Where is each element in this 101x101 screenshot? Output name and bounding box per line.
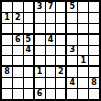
cell-r2c6[interactable]	[56, 13, 66, 23]
cell-r8c6[interactable]	[56, 78, 66, 88]
cell-r3c7[interactable]	[67, 24, 77, 34]
cell-r6c4[interactable]	[35, 56, 45, 66]
cell-r1c9[interactable]	[89, 2, 99, 12]
cell-r3c9[interactable]	[89, 24, 99, 34]
cell-r7c8[interactable]	[78, 67, 88, 77]
cell-r8c5[interactable]	[46, 78, 56, 88]
cell-r4c6[interactable]	[56, 35, 66, 45]
cell-r1c3[interactable]	[24, 2, 34, 12]
sudoku-board: 37512654431812486	[0, 0, 101, 101]
cell-r8c1[interactable]	[2, 78, 12, 88]
cell-r6c5[interactable]	[46, 56, 56, 66]
cell-r4c1[interactable]	[2, 35, 12, 45]
cell-r7c5[interactable]	[46, 67, 56, 77]
cell-r7c7[interactable]	[67, 67, 77, 77]
cell-r7c3[interactable]	[24, 67, 34, 77]
cell-r5c4[interactable]	[35, 46, 45, 56]
cell-r9c7[interactable]	[67, 89, 77, 99]
cell-r4c2-given-6[interactable]: 6	[13, 35, 23, 45]
cell-r5c5[interactable]	[46, 46, 56, 56]
cell-r9c8[interactable]	[78, 89, 88, 99]
cell-r9c1[interactable]	[2, 89, 12, 99]
cell-r9c2[interactable]	[13, 89, 23, 99]
cell-r4c9[interactable]	[89, 35, 99, 45]
cell-r8c3[interactable]	[24, 78, 34, 88]
cell-r5c2[interactable]	[13, 46, 23, 56]
cell-r2c8[interactable]	[78, 13, 88, 23]
cell-r7c9[interactable]	[89, 67, 99, 77]
cell-r3c5[interactable]	[46, 24, 56, 34]
cell-r3c2[interactable]	[13, 24, 23, 34]
cell-r1c5-given-7[interactable]: 7	[46, 2, 56, 12]
cell-r6c6[interactable]	[56, 56, 66, 66]
cell-r7c6-given-2[interactable]: 2	[56, 67, 66, 77]
cell-r9c3[interactable]	[24, 89, 34, 99]
cell-r2c3[interactable]	[24, 13, 34, 23]
cell-r3c6[interactable]	[56, 24, 66, 34]
cell-r6c7[interactable]	[67, 56, 77, 66]
cell-r8c8[interactable]	[78, 78, 88, 88]
cell-r9c5[interactable]	[46, 89, 56, 99]
cell-r1c2[interactable]	[13, 2, 23, 12]
cell-r7c4-given-1[interactable]: 1	[35, 67, 45, 77]
cell-r7c1-given-8[interactable]: 8	[2, 67, 12, 77]
cell-r4c4[interactable]	[35, 35, 45, 45]
cell-r8c4[interactable]	[35, 78, 45, 88]
cell-r2c1-given-1[interactable]: 1	[2, 13, 12, 23]
cell-r6c3[interactable]	[24, 56, 34, 66]
cell-r6c9[interactable]	[89, 56, 99, 66]
cell-r2c9[interactable]	[89, 13, 99, 23]
cell-r1c8[interactable]	[78, 2, 88, 12]
cell-r2c2-given-2[interactable]: 2	[13, 13, 23, 23]
cell-r4c8[interactable]	[78, 35, 88, 45]
cell-r6c8-given-1[interactable]: 1	[78, 56, 88, 66]
cell-r3c8[interactable]	[78, 24, 88, 34]
cell-r5c8[interactable]	[78, 46, 88, 56]
cell-r2c5[interactable]	[46, 13, 56, 23]
cell-r3c1[interactable]	[2, 24, 12, 34]
cell-r1c4-given-3[interactable]: 3	[35, 2, 45, 12]
cell-r1c6[interactable]	[56, 2, 66, 12]
cell-r4c7[interactable]	[67, 35, 77, 45]
cell-r8c2[interactable]	[13, 78, 23, 88]
cell-r4c5-given-4[interactable]: 4	[46, 35, 56, 45]
cell-r5c7-given-3[interactable]: 3	[67, 46, 77, 56]
cell-r7c2[interactable]	[13, 67, 23, 77]
cell-r9c6[interactable]	[56, 89, 66, 99]
cell-r3c3[interactable]	[24, 24, 34, 34]
cell-r1c7-given-5[interactable]: 5	[67, 2, 77, 12]
cell-r2c7[interactable]	[67, 13, 77, 23]
cell-r5c1[interactable]	[2, 46, 12, 56]
cell-r9c4-given-6[interactable]: 6	[35, 89, 45, 99]
cell-r5c6[interactable]	[56, 46, 66, 56]
cell-r3c4[interactable]	[35, 24, 45, 34]
cell-r5c3-given-4[interactable]: 4	[24, 46, 34, 56]
cell-r2c4[interactable]	[35, 13, 45, 23]
cell-r8c7-given-4[interactable]: 4	[67, 78, 77, 88]
cell-r6c1[interactable]	[2, 56, 12, 66]
cell-r6c2[interactable]	[13, 56, 23, 66]
cell-r4c3-given-5[interactable]: 5	[24, 35, 34, 45]
cell-r1c1[interactable]	[2, 2, 12, 12]
cell-r5c9[interactable]	[89, 46, 99, 56]
cell-r8c9-given-8[interactable]: 8	[89, 78, 99, 88]
cell-r9c9[interactable]	[89, 89, 99, 99]
